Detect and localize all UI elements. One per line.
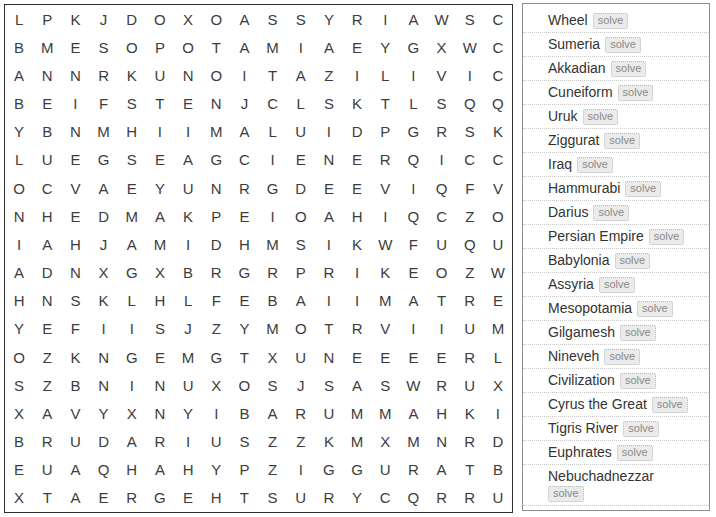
grid-cell[interactable]: I (61, 89, 89, 117)
grid-cell[interactable]: D (89, 427, 117, 455)
grid-cell[interactable]: E (343, 343, 371, 371)
grid-cell[interactable]: X (174, 5, 202, 33)
grid-cell[interactable]: C (484, 5, 512, 33)
grid-cell[interactable]: I (258, 202, 286, 230)
solve-button[interactable]: solve (599, 277, 635, 293)
grid-cell[interactable]: A (146, 202, 174, 230)
grid-cell[interactable]: C (33, 174, 61, 202)
grid-cell[interactable]: I (343, 287, 371, 315)
grid-cell[interactable]: H (230, 230, 258, 258)
grid-cell[interactable]: U (33, 456, 61, 484)
grid-cell[interactable]: I (343, 61, 371, 89)
grid-cell[interactable]: K (343, 230, 371, 258)
grid-cell[interactable]: L (371, 61, 399, 89)
grid-cell[interactable]: C (230, 146, 258, 174)
grid-cell[interactable]: Y (315, 5, 343, 33)
grid-cell[interactable]: I (287, 33, 315, 61)
grid-cell[interactable]: S (315, 371, 343, 399)
grid-cell[interactable]: R (456, 343, 484, 371)
grid-cell[interactable]: Y (230, 315, 258, 343)
grid-cell[interactable]: V (61, 399, 89, 427)
grid-cell[interactable]: Y (202, 456, 230, 484)
grid-cell[interactable]: R (427, 484, 455, 512)
grid-cell[interactable]: M (174, 343, 202, 371)
grid-cell[interactable]: D (33, 258, 61, 286)
grid-cell[interactable]: N (315, 343, 343, 371)
solve-button[interactable]: solve (615, 253, 651, 269)
grid-cell[interactable]: R (456, 484, 484, 512)
grid-cell[interactable]: I (174, 427, 202, 455)
grid-cell[interactable]: D (343, 118, 371, 146)
grid-cell[interactable]: M (258, 315, 286, 343)
solve-button[interactable]: solve (618, 85, 654, 101)
grid-cell[interactable]: O (230, 371, 258, 399)
grid-cell[interactable]: I (5, 230, 33, 258)
grid-cell[interactable]: O (202, 61, 230, 89)
solve-button[interactable]: solve (637, 301, 673, 317)
grid-cell[interactable]: X (427, 33, 455, 61)
grid-cell[interactable]: I (456, 61, 484, 89)
grid-cell[interactable]: R (315, 258, 343, 286)
grid-cell[interactable]: N (89, 371, 117, 399)
grid-cell[interactable]: H (174, 456, 202, 484)
grid-cell[interactable]: H (146, 287, 174, 315)
grid-cell[interactable]: H (118, 456, 146, 484)
grid-cell[interactable]: Z (456, 258, 484, 286)
grid-cell[interactable]: L (399, 89, 427, 117)
grid-cell[interactable]: G (258, 174, 286, 202)
grid-cell[interactable]: M (33, 33, 61, 61)
grid-cell[interactable]: F (399, 230, 427, 258)
grid-cell[interactable]: I (343, 258, 371, 286)
grid-cell[interactable]: I (315, 230, 343, 258)
grid-cell[interactable]: H (118, 118, 146, 146)
grid-cell[interactable]: R (427, 118, 455, 146)
grid-cell[interactable]: C (371, 484, 399, 512)
grid-cell[interactable]: Y (146, 174, 174, 202)
grid-cell[interactable]: D (89, 202, 117, 230)
grid-cell[interactable]: U (33, 146, 61, 174)
grid-cell[interactable]: Y (343, 484, 371, 512)
grid-cell[interactable]: A (174, 146, 202, 174)
grid-cell[interactable]: U (174, 174, 202, 202)
grid-cell[interactable]: G (399, 33, 427, 61)
grid-cell[interactable]: Q (456, 230, 484, 258)
grid-cell[interactable]: B (61, 371, 89, 399)
grid-cell[interactable]: S (89, 33, 117, 61)
grid-cell[interactable]: R (146, 427, 174, 455)
solve-button[interactable]: solve (620, 325, 656, 341)
grid-cell[interactable]: A (427, 456, 455, 484)
grid-cell[interactable]: Q (399, 202, 427, 230)
grid-cell[interactable]: P (230, 456, 258, 484)
grid-cell[interactable]: N (61, 61, 89, 89)
grid-cell[interactable]: X (371, 427, 399, 455)
grid-cell[interactable]: P (146, 33, 174, 61)
grid-cell[interactable]: A (230, 118, 258, 146)
grid-cell[interactable]: N (61, 118, 89, 146)
grid-cell[interactable]: A (399, 5, 427, 33)
grid-cell[interactable]: S (258, 484, 286, 512)
grid-cell[interactable]: R (315, 484, 343, 512)
grid-cell[interactable]: E (118, 174, 146, 202)
grid-cell[interactable]: A (61, 484, 89, 512)
grid-cell[interactable]: D (287, 174, 315, 202)
grid-cell[interactable]: N (5, 202, 33, 230)
grid-cell[interactable]: U (456, 315, 484, 343)
grid-cell[interactable]: I (399, 315, 427, 343)
grid-cell[interactable]: I (371, 202, 399, 230)
grid-cell[interactable]: K (61, 5, 89, 33)
grid-cell[interactable]: N (61, 258, 89, 286)
grid-cell[interactable]: E (230, 202, 258, 230)
grid-cell[interactable]: O (146, 5, 174, 33)
grid-cell[interactable]: Q (427, 174, 455, 202)
grid-cell[interactable]: N (146, 371, 174, 399)
grid-cell[interactable]: X (202, 371, 230, 399)
grid-cell[interactable]: A (230, 33, 258, 61)
grid-cell[interactable]: Q (484, 89, 512, 117)
grid-cell[interactable]: I (202, 399, 230, 427)
grid-cell[interactable]: R (456, 287, 484, 315)
grid-cell[interactable]: C (484, 33, 512, 61)
grid-cell[interactable]: I (371, 5, 399, 33)
grid-cell[interactable]: C (484, 61, 512, 89)
grid-cell[interactable]: C (456, 146, 484, 174)
grid-cell[interactable]: H (202, 484, 230, 512)
grid-cell[interactable]: S (456, 118, 484, 146)
grid-cell[interactable]: V (61, 174, 89, 202)
grid-cell[interactable]: Z (287, 427, 315, 455)
grid-cell[interactable]: Q (399, 484, 427, 512)
grid-cell[interactable]: J (230, 89, 258, 117)
grid-cell[interactable]: X (89, 258, 117, 286)
grid-cell[interactable]: O (118, 33, 146, 61)
grid-cell[interactable]: U (456, 371, 484, 399)
grid-cell[interactable]: G (343, 456, 371, 484)
grid-cell[interactable]: R (118, 484, 146, 512)
grid-cell[interactable]: O (5, 343, 33, 371)
grid-cell[interactable]: G (315, 456, 343, 484)
grid-cell[interactable]: Z (33, 371, 61, 399)
grid-cell[interactable]: Z (258, 427, 286, 455)
grid-cell[interactable]: B (33, 118, 61, 146)
grid-cell[interactable]: N (146, 399, 174, 427)
grid-cell[interactable]: I (399, 61, 427, 89)
grid-cell[interactable]: B (5, 427, 33, 455)
grid-cell[interactable]: K (315, 427, 343, 455)
grid-cell[interactable]: B (230, 399, 258, 427)
grid-cell[interactable]: U (484, 484, 512, 512)
grid-cell[interactable]: P (202, 202, 230, 230)
grid-cell[interactable]: I (118, 315, 146, 343)
grid-cell[interactable]: I (287, 456, 315, 484)
grid-cell[interactable]: T (456, 456, 484, 484)
grid-cell[interactable]: L (5, 5, 33, 33)
grid-cell[interactable]: I (427, 315, 455, 343)
grid-cell[interactable]: B (258, 287, 286, 315)
grid-cell[interactable]: I (427, 146, 455, 174)
grid-cell[interactable]: K (456, 399, 484, 427)
grid-cell[interactable]: I (174, 230, 202, 258)
grid-cell[interactable]: A (33, 399, 61, 427)
grid-cell[interactable]: P (371, 118, 399, 146)
solve-button[interactable]: solve (583, 109, 619, 125)
grid-cell[interactable]: W (371, 230, 399, 258)
solve-button[interactable]: solve (623, 421, 659, 437)
grid-cell[interactable]: M (343, 427, 371, 455)
grid-cell[interactable]: R (427, 371, 455, 399)
solve-button[interactable]: solve (593, 205, 629, 221)
grid-cell[interactable]: Q (456, 89, 484, 117)
grid-cell[interactable]: N (427, 427, 455, 455)
grid-cell[interactable]: E (399, 258, 427, 286)
grid-cell[interactable]: S (287, 5, 315, 33)
grid-cell[interactable]: X (5, 399, 33, 427)
grid-cell[interactable]: P (33, 5, 61, 33)
grid-cell[interactable]: E (33, 89, 61, 117)
grid-cell[interactable]: U (371, 456, 399, 484)
grid-cell[interactable]: A (287, 61, 315, 89)
grid-cell[interactable]: E (343, 33, 371, 61)
grid-cell[interactable]: T (146, 89, 174, 117)
grid-cell[interactable]: A (5, 61, 33, 89)
grid-cell[interactable]: D (118, 5, 146, 33)
grid-cell[interactable]: Y (5, 315, 33, 343)
grid-cell[interactable]: R (371, 146, 399, 174)
solve-button[interactable]: solve (604, 349, 640, 365)
grid-cell[interactable]: V (427, 61, 455, 89)
grid-cell[interactable]: R (202, 258, 230, 286)
grid-cell[interactable]: A (118, 427, 146, 455)
grid-cell[interactable]: E (427, 343, 455, 371)
grid-cell[interactable]: M (484, 315, 512, 343)
grid-cell[interactable]: M (343, 399, 371, 427)
grid-cell[interactable]: I (315, 287, 343, 315)
grid-cell[interactable]: E (343, 146, 371, 174)
grid-cell[interactable]: R (230, 174, 258, 202)
grid-cell[interactable]: L (5, 146, 33, 174)
grid-cell[interactable]: J (287, 371, 315, 399)
grid-cell[interactable]: L (287, 89, 315, 117)
grid-cell[interactable]: L (484, 343, 512, 371)
grid-cell[interactable]: B (5, 33, 33, 61)
grid-cell[interactable]: K (484, 118, 512, 146)
grid-cell[interactable]: A (89, 174, 117, 202)
grid-cell[interactable]: X (484, 371, 512, 399)
grid-cell[interactable]: S (61, 287, 89, 315)
grid-cell[interactable]: G (146, 484, 174, 512)
grid-cell[interactable]: Y (89, 399, 117, 427)
grid-cell[interactable]: F (61, 315, 89, 343)
grid-cell[interactable]: K (89, 287, 117, 315)
grid-cell[interactable]: U (202, 427, 230, 455)
grid-cell[interactable]: X (118, 399, 146, 427)
grid-cell[interactable]: D (484, 427, 512, 455)
grid-cell[interactable]: F (202, 287, 230, 315)
grid-cell[interactable]: V (484, 174, 512, 202)
grid-cell[interactable]: I (315, 118, 343, 146)
grid-cell[interactable]: E (484, 287, 512, 315)
solve-button[interactable]: solve (652, 397, 688, 413)
grid-cell[interactable]: T (258, 61, 286, 89)
grid-cell[interactable]: Y (5, 118, 33, 146)
grid-cell[interactable]: E (174, 484, 202, 512)
grid-cell[interactable]: O (484, 202, 512, 230)
solve-button[interactable]: solve (605, 37, 641, 53)
grid-cell[interactable]: Z (456, 202, 484, 230)
grid-cell[interactable]: S (258, 371, 286, 399)
grid-cell[interactable]: N (89, 343, 117, 371)
grid-cell[interactable]: N (202, 174, 230, 202)
grid-cell[interactable]: S (118, 146, 146, 174)
grid-cell[interactable]: W (427, 5, 455, 33)
grid-cell[interactable]: J (89, 230, 117, 258)
grid-cell[interactable]: U (287, 343, 315, 371)
grid-cell[interactable]: M (118, 202, 146, 230)
grid-cell[interactable]: A (287, 287, 315, 315)
grid-cell[interactable]: T (427, 287, 455, 315)
grid-cell[interactable]: A (230, 5, 258, 33)
grid-cell[interactable]: A (61, 456, 89, 484)
solve-button[interactable]: solve (548, 486, 584, 502)
grid-cell[interactable]: O (287, 315, 315, 343)
grid-cell[interactable]: I (230, 61, 258, 89)
grid-cell[interactable]: G (118, 258, 146, 286)
grid-cell[interactable]: A (258, 399, 286, 427)
grid-cell[interactable]: E (399, 343, 427, 371)
grid-cell[interactable]: T (230, 484, 258, 512)
grid-cell[interactable]: S (230, 427, 258, 455)
grid-cell[interactable]: Z (33, 343, 61, 371)
grid-cell[interactable]: W (484, 258, 512, 286)
grid-cell[interactable]: F (456, 174, 484, 202)
grid-cell[interactable]: S (287, 230, 315, 258)
grid-cell[interactable]: V (371, 315, 399, 343)
grid-cell[interactable]: M (146, 230, 174, 258)
grid-cell[interactable]: T (371, 89, 399, 117)
grid-cell[interactable]: K (61, 343, 89, 371)
solve-button[interactable]: solve (604, 133, 640, 149)
grid-cell[interactable]: S (5, 371, 33, 399)
grid-cell[interactable]: I (146, 118, 174, 146)
grid-cell[interactable]: S (146, 315, 174, 343)
grid-cell[interactable]: W (456, 33, 484, 61)
grid-cell[interactable]: R (89, 61, 117, 89)
grid-cell[interactable]: Z (202, 315, 230, 343)
solve-button[interactable]: solve (620, 373, 656, 389)
solve-button[interactable]: solve (611, 61, 647, 77)
grid-cell[interactable]: O (5, 174, 33, 202)
grid-cell[interactable]: A (315, 33, 343, 61)
grid-cell[interactable]: M (202, 118, 230, 146)
grid-cell[interactable]: E (61, 202, 89, 230)
grid-cell[interactable]: T (230, 343, 258, 371)
grid-cell[interactable]: T (202, 33, 230, 61)
grid-cell[interactable]: U (484, 230, 512, 258)
grid-cell[interactable]: Q (89, 456, 117, 484)
grid-cell[interactable]: G (399, 118, 427, 146)
grid-cell[interactable]: K (343, 89, 371, 117)
grid-cell[interactable]: R (33, 427, 61, 455)
grid-cell[interactable]: J (89, 5, 117, 33)
grid-cell[interactable]: B (5, 89, 33, 117)
grid-cell[interactable]: E (287, 146, 315, 174)
grid-cell[interactable]: U (315, 399, 343, 427)
grid-cell[interactable]: R (258, 258, 286, 286)
grid-cell[interactable]: U (146, 61, 174, 89)
grid-cell[interactable]: E (343, 174, 371, 202)
grid-cell[interactable]: M (89, 118, 117, 146)
grid-cell[interactable]: E (146, 146, 174, 174)
grid-cell[interactable]: O (174, 33, 202, 61)
grid-cell[interactable]: A (5, 258, 33, 286)
grid-cell[interactable]: Q (399, 146, 427, 174)
grid-cell[interactable]: I (399, 174, 427, 202)
grid-cell[interactable]: I (484, 399, 512, 427)
grid-cell[interactable]: K (174, 202, 202, 230)
grid-cell[interactable]: N (315, 146, 343, 174)
grid-cell[interactable]: R (456, 427, 484, 455)
grid-cell[interactable]: H (343, 202, 371, 230)
grid-cell[interactable]: Y (371, 33, 399, 61)
grid-cell[interactable]: U (61, 427, 89, 455)
grid-cell[interactable]: X (146, 258, 174, 286)
grid-cell[interactable]: G (202, 146, 230, 174)
grid-cell[interactable]: H (5, 287, 33, 315)
grid-cell[interactable]: M (258, 230, 286, 258)
grid-cell[interactable]: N (33, 287, 61, 315)
grid-cell[interactable]: B (174, 258, 202, 286)
grid-cell[interactable]: L (174, 287, 202, 315)
grid-cell[interactable]: C (427, 202, 455, 230)
grid-cell[interactable]: M (371, 287, 399, 315)
grid-cell[interactable]: P (287, 258, 315, 286)
grid-cell[interactable]: K (371, 258, 399, 286)
grid-cell[interactable]: M (399, 427, 427, 455)
grid-cell[interactable]: C (484, 146, 512, 174)
grid-cell[interactable]: F (89, 89, 117, 117)
grid-cell[interactable]: G (230, 258, 258, 286)
grid-cell[interactable]: X (5, 484, 33, 512)
grid-cell[interactable]: G (118, 343, 146, 371)
grid-cell[interactable]: A (399, 287, 427, 315)
grid-cell[interactable]: N (174, 61, 202, 89)
grid-cell[interactable]: E (89, 484, 117, 512)
grid-cell[interactable]: M (258, 33, 286, 61)
grid-cell[interactable]: I (118, 371, 146, 399)
solve-button[interactable]: solve (577, 157, 613, 173)
grid-cell[interactable]: T (33, 484, 61, 512)
grid-cell[interactable]: I (174, 118, 202, 146)
grid-cell[interactable]: N (202, 89, 230, 117)
grid-cell[interactable]: R (343, 5, 371, 33)
grid-cell[interactable]: Z (258, 456, 286, 484)
grid-cell[interactable]: G (89, 146, 117, 174)
grid-cell[interactable]: S (315, 89, 343, 117)
grid-cell[interactable]: E (230, 287, 258, 315)
grid-cell[interactable]: L (258, 118, 286, 146)
grid-cell[interactable]: T (315, 315, 343, 343)
grid-cell[interactable]: E (61, 146, 89, 174)
grid-cell[interactable]: W (399, 371, 427, 399)
grid-cell[interactable]: M (371, 399, 399, 427)
grid-cell[interactable]: S (371, 371, 399, 399)
grid-cell[interactable]: V (371, 174, 399, 202)
grid-cell[interactable]: Z (315, 61, 343, 89)
grid-cell[interactable]: I (89, 315, 117, 343)
grid-cell[interactable]: A (315, 202, 343, 230)
